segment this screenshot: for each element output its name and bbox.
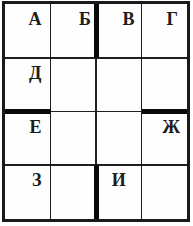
- cell-label-g: Г: [167, 9, 178, 29]
- cell-r4-c4: [142, 165, 188, 219]
- cell-r3-c3: [96, 112, 142, 166]
- cell-label-zh: Ж: [162, 117, 180, 137]
- cell-label-b: Б: [79, 9, 91, 29]
- puzzle-screenshot: А Б В Г Д Е Ж З И: [0, 0, 193, 226]
- cell-r3-c1: Е: [5, 112, 51, 166]
- cell-label-e: Е: [29, 117, 41, 137]
- cell-r2-c2: [51, 58, 97, 112]
- cell-r2-c1: Д: [5, 58, 51, 112]
- cell-r4-c1: З: [5, 165, 51, 219]
- cell-r2-c3: [96, 58, 142, 112]
- puzzle-board: А Б В Г Д Е Ж З И: [2, 1, 190, 222]
- cell-r1-c1: А: [5, 4, 51, 58]
- cell-r4-c2: [51, 165, 97, 219]
- cell-r3-c2: [51, 112, 97, 166]
- cell-label-a: А: [29, 9, 42, 29]
- cell-r2-c4: [142, 58, 188, 112]
- cell-label-v: В: [122, 9, 134, 29]
- cell-r1-c4: Г: [142, 4, 188, 58]
- cell-grid: А Б В Г Д Е Ж З И: [5, 4, 187, 219]
- cell-r1-c3: В: [96, 4, 142, 58]
- cell-label-i: И: [112, 170, 126, 190]
- cell-r1-c2: Б: [51, 4, 97, 58]
- cell-r4-c3: И: [96, 165, 142, 219]
- cell-r3-c4: Ж: [142, 112, 188, 166]
- cell-label-z: З: [32, 170, 42, 190]
- cell-label-d: Д: [29, 63, 41, 83]
